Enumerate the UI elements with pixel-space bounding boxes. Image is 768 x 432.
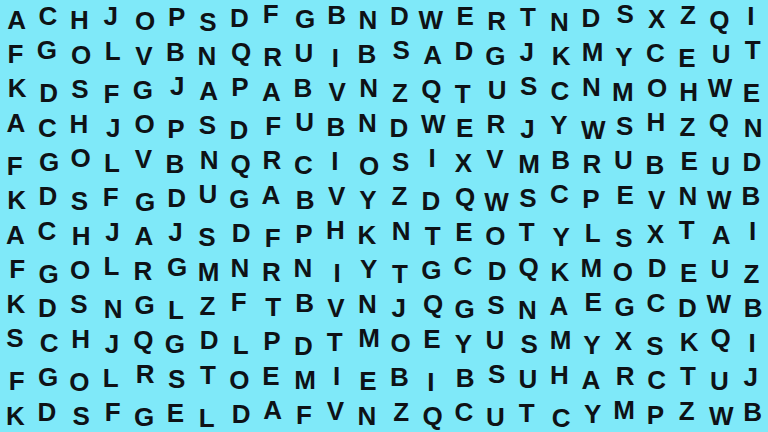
grid-cell-r6c10[interactable]: B	[288, 180, 320, 216]
grid-cell-r11c6[interactable]: S	[160, 360, 192, 396]
grid-cell-r6c19[interactable]: P	[576, 180, 608, 216]
grid-cell-r5c12[interactable]: O	[352, 144, 384, 180]
grid-cell-r5c7[interactable]: N	[192, 144, 224, 180]
grid-cell-r8c7[interactable]: M	[192, 252, 224, 288]
grid-cell-r7c19[interactable]: L	[576, 216, 608, 252]
grid-cell-r1c22[interactable]: Z	[672, 0, 704, 36]
grid-cell-r9c12[interactable]: N	[352, 288, 384, 324]
grid-cell-r3c1[interactable]: K	[0, 72, 32, 108]
grid-cell-r1c9[interactable]: F	[256, 0, 288, 36]
grid-cell-r6c3[interactable]: S	[64, 180, 96, 216]
grid-cell-r3c10[interactable]: B	[288, 72, 320, 108]
grid-cell-r6c24[interactable]: B	[736, 180, 768, 216]
grid-cell-r3c4[interactable]: F	[96, 72, 128, 108]
grid-cell-r5c11[interactable]: I	[320, 144, 352, 180]
grid-cell-r5c17[interactable]: M	[512, 144, 544, 180]
grid-cell-r7c16[interactable]: O	[480, 216, 512, 252]
grid-cell-r4c8[interactable]: D	[224, 108, 256, 144]
grid-cell-r4c14[interactable]: W	[416, 108, 448, 144]
letter-glyph: X	[455, 150, 472, 176]
grid-cell-r8c17[interactable]: Q	[512, 252, 544, 288]
grid-cell-r1c14[interactable]: W	[416, 0, 448, 36]
grid-cell-r9c24[interactable]: B	[736, 288, 768, 324]
grid-cell-r11c7[interactable]: T	[192, 360, 224, 396]
grid-cell-r2c4[interactable]: L	[96, 36, 128, 72]
grid-cell-r4c9[interactable]: F	[256, 108, 288, 144]
grid-cell-r4c16[interactable]: R	[480, 108, 512, 144]
grid-cell-r3c3[interactable]: S	[64, 72, 96, 108]
grid-cell-r1c21[interactable]: X	[640, 0, 672, 36]
grid-cell-r6c6[interactable]: D	[160, 180, 192, 216]
grid-cell-r5c20[interactable]: U	[608, 144, 640, 180]
grid-cell-r11c5[interactable]: R	[128, 360, 160, 396]
grid-cell-r11c21[interactable]: C	[640, 360, 672, 396]
grid-cell-r6c15[interactable]: Q	[448, 180, 480, 216]
grid-cell-r5c1[interactable]: F	[0, 144, 32, 180]
grid-cell-r11c15[interactable]: B	[448, 360, 480, 396]
grid-cell-r2c11[interactable]: I	[320, 36, 352, 72]
grid-cell-r4c5[interactable]: O	[128, 108, 160, 144]
grid-cell-r5c24[interactable]: D	[736, 144, 768, 180]
grid-cell-r12c14[interactable]: Q	[416, 396, 448, 432]
grid-cell-r10c18[interactable]: M	[544, 324, 576, 360]
grid-cell-r3c18[interactable]: C	[544, 72, 576, 108]
grid-cell-r3c13[interactable]: Z	[384, 72, 416, 108]
grid-cell-r11c3[interactable]: O	[64, 360, 96, 396]
letter-glyph: L	[105, 38, 121, 64]
grid-cell-r5c10[interactable]: C	[288, 144, 320, 180]
grid-cell-r12c6[interactable]: E	[160, 396, 192, 432]
grid-cell-r5c3[interactable]: O	[64, 144, 96, 180]
grid-cell-r4c23[interactable]: Q	[704, 108, 736, 144]
grid-cell-r3c5[interactable]: G	[128, 72, 160, 108]
grid-cell-r7c10[interactable]: P	[288, 216, 320, 252]
grid-cell-r3c24[interactable]: E	[736, 72, 768, 108]
grid-cell-r5c15[interactable]: X	[448, 144, 480, 180]
grid-cell-r5c22[interactable]: E	[672, 144, 704, 180]
grid-cell-r2c22[interactable]: E	[672, 36, 704, 72]
grid-cell-r7c3[interactable]: H	[64, 216, 96, 252]
grid-cell-r11c16[interactable]: S	[480, 360, 512, 396]
grid-cell-r5c16[interactable]: V	[480, 144, 512, 180]
grid-cell-r8c21[interactable]: D	[640, 252, 672, 288]
grid-cell-r11c13[interactable]: B	[384, 360, 416, 396]
grid-cell-r12c10[interactable]: F	[288, 396, 320, 432]
grid-cell-r3c22[interactable]: H	[672, 72, 704, 108]
grid-cell-r9c19[interactable]: E	[576, 288, 608, 324]
grid-cell-r12c13[interactable]: Z	[384, 396, 416, 432]
grid-cell-r10c14[interactable]: E	[416, 324, 448, 360]
grid-cell-r11c19[interactable]: A	[576, 360, 608, 396]
grid-cell-r12c8[interactable]: D	[224, 396, 256, 432]
grid-cell-r12c19[interactable]: Y	[576, 396, 608, 432]
grid-cell-r2c13[interactable]: S	[384, 36, 416, 72]
grid-cell-r7c13[interactable]: N	[384, 216, 416, 252]
grid-cell-r3c17[interactable]: S	[512, 72, 544, 108]
grid-cell-r10c13[interactable]: O	[384, 324, 416, 360]
grid-cell-r1c20[interactable]: S	[608, 0, 640, 36]
grid-cell-r8c11[interactable]: I	[320, 252, 352, 288]
grid-cell-r12c16[interactable]: U	[480, 396, 512, 432]
grid-cell-r12c1[interactable]: K	[0, 396, 32, 432]
grid-cell-r8c18[interactable]: K	[544, 252, 576, 288]
grid-cell-r6c12[interactable]: Y	[352, 180, 384, 216]
grid-cell-r11c9[interactable]: E	[256, 360, 288, 396]
grid-cell-r2c15[interactable]: D	[448, 36, 480, 72]
grid-cell-r4c2[interactable]: C	[32, 108, 64, 144]
grid-cell-r11c23[interactable]: U	[704, 360, 736, 396]
grid-cell-r7c4[interactable]: J	[96, 216, 128, 252]
grid-cell-r7c7[interactable]: S	[192, 216, 224, 252]
grid-cell-r4c3[interactable]: H	[64, 108, 96, 144]
grid-cell-r1c24[interactable]: I	[736, 0, 768, 36]
grid-cell-r4c22[interactable]: Z	[672, 108, 704, 144]
grid-cell-r7c1[interactable]: A	[0, 216, 32, 252]
grid-cell-r9c10[interactable]: B	[288, 288, 320, 324]
grid-cell-r9c9[interactable]: T	[256, 288, 288, 324]
grid-cell-r4c20[interactable]: S	[608, 108, 640, 144]
grid-cell-r6c11[interactable]: V	[320, 180, 352, 216]
grid-cell-r5c4[interactable]: L	[96, 144, 128, 180]
grid-cell-r3c12[interactable]: N	[352, 72, 384, 108]
grid-cell-r1c18[interactable]: N	[544, 0, 576, 36]
grid-cell-r6c22[interactable]: N	[672, 180, 704, 216]
grid-cell-r7c20[interactable]: S	[608, 216, 640, 252]
letter-glyph: L	[103, 253, 119, 279]
grid-cell-r2c10[interactable]: U	[288, 36, 320, 72]
grid-cell-r3c2[interactable]: D	[32, 72, 64, 108]
grid-cell-r8c14[interactable]: G	[416, 252, 448, 288]
grid-cell-r3c19[interactable]: N	[576, 72, 608, 108]
grid-cell-r10c1[interactable]: S	[0, 324, 32, 360]
grid-cell-r4c10[interactable]: U	[288, 108, 320, 144]
grid-cell-r2c14[interactable]: A	[416, 36, 448, 72]
letter-glyph: T	[200, 362, 216, 388]
grid-cell-r10c8[interactable]: L	[224, 324, 256, 360]
grid-cell-r5c5[interactable]: V	[128, 144, 160, 180]
grid-cell-r2c6[interactable]: B	[160, 36, 192, 72]
grid-cell-r4c11[interactable]: B	[320, 108, 352, 144]
grid-cell-r5c6[interactable]: B	[160, 144, 192, 180]
grid-cell-r8c13[interactable]: T	[384, 252, 416, 288]
grid-cell-r7c8[interactable]: D	[224, 216, 256, 252]
grid-cell-r12c5[interactable]: G	[128, 396, 160, 432]
grid-cell-r7c14[interactable]: T	[416, 216, 448, 252]
grid-cell-r12c20[interactable]: M	[608, 396, 640, 432]
grid-cell-r9c20[interactable]: G	[608, 288, 640, 324]
letter-glyph: S	[616, 113, 633, 139]
grid-cell-r7c5[interactable]: A	[128, 216, 160, 252]
grid-cell-r7c6[interactable]: J	[160, 216, 192, 252]
grid-cell-r9c3[interactable]: S	[64, 288, 96, 324]
grid-cell-r10c12[interactable]: M	[352, 324, 384, 360]
grid-cell-r10c2[interactable]: C	[32, 324, 64, 360]
grid-cell-r8c6[interactable]: G	[160, 252, 192, 288]
grid-cell-r9c23[interactable]: W	[704, 288, 736, 324]
grid-cell-r2c23[interactable]: U	[704, 36, 736, 72]
grid-cell-r10c22[interactable]: K	[672, 324, 704, 360]
grid-cell-r2c20[interactable]: Y	[608, 36, 640, 72]
grid-cell-r10c9[interactable]: P	[256, 324, 288, 360]
grid-cell-r4c1[interactable]: A	[0, 108, 32, 144]
grid-cell-r4c6[interactable]: P	[160, 108, 192, 144]
grid-cell-r6c18[interactable]: C	[544, 180, 576, 216]
grid-cell-r8c9[interactable]: R	[256, 252, 288, 288]
grid-cell-r10c24[interactable]: I	[736, 324, 768, 360]
grid-cell-r8c4[interactable]: L	[96, 252, 128, 288]
grid-cell-r11c11[interactable]: I	[320, 360, 352, 396]
grid-cell-r12c9[interactable]: A	[256, 396, 288, 432]
grid-cell-r6c13[interactable]: Z	[384, 180, 416, 216]
grid-cell-r8c16[interactable]: D	[480, 252, 512, 288]
grid-cell-r1c5[interactable]: O	[128, 0, 160, 36]
grid-cell-r4c13[interactable]: D	[384, 108, 416, 144]
grid-cell-r3c14[interactable]: Q	[416, 72, 448, 108]
grid-cell-r8c23[interactable]: U	[704, 252, 736, 288]
grid-cell-r8c3[interactable]: O	[64, 252, 96, 288]
grid-cell-r6c23[interactable]: W	[704, 180, 736, 216]
grid-cell-r4c21[interactable]: H	[640, 108, 672, 144]
grid-cell-r12c3[interactable]: S	[64, 396, 96, 432]
grid-cell-r8c20[interactable]: O	[608, 252, 640, 288]
grid-cell-r5c13[interactable]: S	[384, 144, 416, 180]
grid-cell-r1c23[interactable]: Q	[704, 0, 736, 36]
grid-cell-r12c12[interactable]: N	[352, 396, 384, 432]
grid-cell-r6c20[interactable]: E	[608, 180, 640, 216]
grid-cell-r9c13[interactable]: J	[384, 288, 416, 324]
grid-cell-r5c14[interactable]: I	[416, 144, 448, 180]
grid-cell-r12c23[interactable]: W	[704, 396, 736, 432]
grid-cell-r7c15[interactable]: E	[448, 216, 480, 252]
grid-cell-r2c3[interactable]: O	[64, 36, 96, 72]
grid-cell-r1c11[interactable]: B	[320, 0, 352, 36]
grid-cell-r9c22[interactable]: D	[672, 288, 704, 324]
grid-cell-r7c17[interactable]: T	[512, 216, 544, 252]
grid-cell-r11c4[interactable]: L	[96, 360, 128, 396]
grid-cell-r4c4[interactable]: J	[96, 108, 128, 144]
grid-cell-r1c15[interactable]: E	[448, 0, 480, 36]
grid-cell-r7c11[interactable]: H	[320, 216, 352, 252]
grid-cell-r6c14[interactable]: D	[416, 180, 448, 216]
grid-cell-r12c4[interactable]: F	[96, 396, 128, 432]
grid-cell-r9c8[interactable]: F	[224, 288, 256, 324]
grid-cell-r7c2[interactable]: C	[32, 216, 64, 252]
grid-cell-r7c21[interactable]: X	[640, 216, 672, 252]
grid-cell-r12c17[interactable]: T	[512, 396, 544, 432]
grid-cell-r2c16[interactable]: G	[480, 36, 512, 72]
grid-cell-r8c22[interactable]: E	[672, 252, 704, 288]
grid-cell-r3c21[interactable]: O	[640, 72, 672, 108]
grid-cell-r3c16[interactable]: U	[480, 72, 512, 108]
grid-cell-r2c5[interactable]: V	[128, 36, 160, 72]
grid-cell-r12c21[interactable]: P	[640, 396, 672, 432]
grid-cell-r3c8[interactable]: P	[224, 72, 256, 108]
grid-cell-r11c20[interactable]: R	[608, 360, 640, 396]
grid-cell-r7c22[interactable]: T	[672, 216, 704, 252]
grid-cell-r9c5[interactable]: G	[128, 288, 160, 324]
grid-cell-r10c4[interactable]: J	[96, 324, 128, 360]
grid-cell-r11c12[interactable]: E	[352, 360, 384, 396]
grid-cell-r10c16[interactable]: U	[480, 324, 512, 360]
grid-cell-r11c8[interactable]: O	[224, 360, 256, 396]
grid-cell-r11c10[interactable]: M	[288, 360, 320, 396]
grid-cell-r12c22[interactable]: Z	[672, 396, 704, 432]
grid-cell-r2c8[interactable]: Q	[224, 36, 256, 72]
grid-cell-r6c17[interactable]: S	[512, 180, 544, 216]
grid-cell-r6c5[interactable]: G	[128, 180, 160, 216]
grid-cell-r8c8[interactable]: N	[224, 252, 256, 288]
grid-cell-r9c18[interactable]: A	[544, 288, 576, 324]
grid-cell-r1c10[interactable]: G	[288, 0, 320, 36]
grid-cell-r2c18[interactable]: K	[544, 36, 576, 72]
grid-cell-r10c6[interactable]: G	[160, 324, 192, 360]
grid-cell-r9c11[interactable]: V	[320, 288, 352, 324]
grid-cell-r4c17[interactable]: J	[512, 108, 544, 144]
grid-cell-r6c4[interactable]: F	[96, 180, 128, 216]
grid-cell-r9c14[interactable]: Q	[416, 288, 448, 324]
grid-cell-r2c1[interactable]: F	[0, 36, 32, 72]
grid-cell-r11c2[interactable]: G	[32, 360, 64, 396]
grid-cell-r8c24[interactable]: Z	[736, 252, 768, 288]
grid-cell-r10c3[interactable]: H	[64, 324, 96, 360]
grid-cell-r12c24[interactable]: B	[736, 396, 768, 432]
grid-cell-r8c15[interactable]: C	[448, 252, 480, 288]
grid-cell-r6c7[interactable]: U	[192, 180, 224, 216]
grid-cell-r6c2[interactable]: D	[32, 180, 64, 216]
grid-cell-r5c18[interactable]: B	[544, 144, 576, 180]
grid-cell-r3c15[interactable]: T	[448, 72, 480, 108]
grid-cell-r7c23[interactable]: A	[704, 216, 736, 252]
grid-cell-r9c21[interactable]: C	[640, 288, 672, 324]
letter-glyph: S	[168, 366, 185, 392]
letter-glyph: K	[7, 291, 26, 317]
grid-cell-r3c6[interactable]: J	[160, 72, 192, 108]
grid-cell-r3c11[interactable]: V	[320, 72, 352, 108]
grid-cell-r5c2[interactable]: G	[32, 144, 64, 180]
grid-cell-r12c7[interactable]: L	[192, 396, 224, 432]
letter-glyph: E	[167, 400, 184, 426]
grid-cell-r10c15[interactable]: Y	[448, 324, 480, 360]
grid-cell-r3c23[interactable]: W	[704, 72, 736, 108]
grid-cell-r2c12[interactable]: B	[352, 36, 384, 72]
grid-cell-r1c6[interactable]: P	[160, 0, 192, 36]
grid-cell-r8c1[interactable]: F	[0, 252, 32, 288]
grid-cell-r7c18[interactable]: Y	[544, 216, 576, 252]
grid-cell-r9c15[interactable]: G	[448, 288, 480, 324]
grid-cell-r11c1[interactable]: F	[0, 360, 32, 396]
grid-cell-r7c12[interactable]: K	[352, 216, 384, 252]
grid-cell-r12c11[interactable]: V	[320, 396, 352, 432]
grid-cell-r2c7[interactable]: N	[192, 36, 224, 72]
grid-cell-r9c16[interactable]: S	[480, 288, 512, 324]
grid-cell-r6c9[interactable]: A	[256, 180, 288, 216]
letter-glyph: V	[327, 295, 344, 321]
grid-cell-r2c24[interactable]: T	[736, 36, 768, 72]
grid-cell-r11c22[interactable]: T	[672, 360, 704, 396]
grid-cell-r11c14[interactable]: I	[416, 360, 448, 396]
grid-cell-r9c4[interactable]: N	[96, 288, 128, 324]
grid-cell-r10c23[interactable]: Q	[704, 324, 736, 360]
letter-glyph: A	[712, 222, 731, 248]
grid-cell-r7c9[interactable]: F	[256, 216, 288, 252]
grid-cell-r10c11[interactable]: T	[320, 324, 352, 360]
grid-cell-r1c19[interactable]: D	[576, 0, 608, 36]
grid-cell-r4c7[interactable]: S	[192, 108, 224, 144]
grid-cell-r2c17[interactable]: J	[512, 36, 544, 72]
grid-cell-r10c19[interactable]: Y	[576, 324, 608, 360]
grid-cell-r1c1[interactable]: A	[0, 0, 32, 36]
grid-cell-r8c5[interactable]: R	[128, 252, 160, 288]
grid-cell-r5c8[interactable]: Q	[224, 144, 256, 180]
grid-cell-r4c12[interactable]: N	[352, 108, 384, 144]
grid-cell-r8c12[interactable]: Y	[352, 252, 384, 288]
grid-cell-r10c17[interactable]: S	[512, 324, 544, 360]
grid-cell-r8c19[interactable]: M	[576, 252, 608, 288]
grid-cell-r2c9[interactable]: R	[256, 36, 288, 72]
grid-cell-r5c21[interactable]: B	[640, 144, 672, 180]
grid-cell-r12c15[interactable]: C	[448, 396, 480, 432]
grid-cell-r9c17[interactable]: N	[512, 288, 544, 324]
grid-cell-r1c2[interactable]: C	[32, 0, 64, 36]
grid-cell-r10c10[interactable]: D	[288, 324, 320, 360]
grid-cell-r2c2[interactable]: G	[32, 36, 64, 72]
grid-cell-r2c21[interactable]: C	[640, 36, 672, 72]
grid-cell-r2c19[interactable]: M	[576, 36, 608, 72]
letter-glyph: G	[485, 43, 505, 69]
grid-cell-r11c24[interactable]: J	[736, 360, 768, 396]
grid-cell-r5c9[interactable]: R	[256, 144, 288, 180]
grid-cell-r1c4[interactable]: J	[96, 0, 128, 36]
grid-cell-r7c24[interactable]: I	[736, 216, 768, 252]
grid-cell-r4c18[interactable]: Y	[544, 108, 576, 144]
grid-cell-r1c17[interactable]: T	[512, 0, 544, 36]
grid-cell-r4c19[interactable]: W	[576, 108, 608, 144]
grid-cell-r11c17[interactable]: U	[512, 360, 544, 396]
grid-cell-r9c1[interactable]: K	[0, 288, 32, 324]
grid-cell-r9c2[interactable]: D	[32, 288, 64, 324]
grid-cell-r6c8[interactable]: G	[224, 180, 256, 216]
grid-cell-r6c21[interactable]: V	[640, 180, 672, 216]
grid-cell-r11c18[interactable]: H	[544, 360, 576, 396]
grid-cell-r1c8[interactable]: D	[224, 0, 256, 36]
grid-cell-r6c16[interactable]: W	[480, 180, 512, 216]
grid-cell-r1c12[interactable]: N	[352, 0, 384, 36]
grid-cell-r9c7[interactable]: Z	[192, 288, 224, 324]
grid-cell-r4c24[interactable]: N	[736, 108, 768, 144]
grid-cell-r10c21[interactable]: S	[640, 324, 672, 360]
grid-cell-r6c1[interactable]: K	[0, 180, 32, 216]
grid-cell-r12c2[interactable]: D	[32, 396, 64, 432]
grid-cell-r10c5[interactable]: Q	[128, 324, 160, 360]
grid-cell-r8c10[interactable]: N	[288, 252, 320, 288]
grid-cell-r10c20[interactable]: X	[608, 324, 640, 360]
grid-cell-r1c16[interactable]: R	[480, 0, 512, 36]
grid-cell-r3c9[interactable]: A	[256, 72, 288, 108]
grid-cell-r3c20[interactable]: M	[608, 72, 640, 108]
grid-cell-r1c7[interactable]: S	[192, 0, 224, 36]
grid-cell-r1c3[interactable]: H	[64, 0, 96, 36]
grid-cell-r5c23[interactable]: U	[704, 144, 736, 180]
grid-cell-r10c7[interactable]: D	[192, 324, 224, 360]
grid-cell-r3c7[interactable]: A	[192, 72, 224, 108]
grid-cell-r4c15[interactable]: E	[448, 108, 480, 144]
grid-cell-r8c2[interactable]: G	[32, 252, 64, 288]
grid-cell-r9c6[interactable]: L	[160, 288, 192, 324]
grid-cell-r5c19[interactable]: R	[576, 144, 608, 180]
letter-glyph: O	[69, 369, 89, 395]
grid-cell-r1c13[interactable]: D	[384, 0, 416, 36]
grid-cell-r12c18[interactable]: C	[544, 396, 576, 432]
